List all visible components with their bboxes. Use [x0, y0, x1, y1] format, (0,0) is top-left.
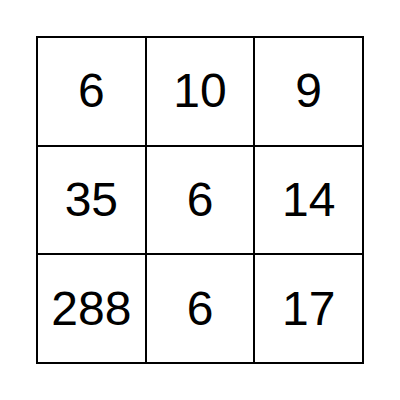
puzzle-stage: 6 10 9 35 6 14 288 6 17	[0, 0, 400, 400]
grid-cell-r2c2: 6	[147, 147, 254, 254]
grid-cell-r2c3: 14	[255, 147, 362, 254]
number-grid-board: 6 10 9 35 6 14 288 6 17	[36, 36, 364, 364]
grid-cell-r3c2: 6	[147, 255, 254, 362]
grid-cell-r2c1: 35	[38, 147, 145, 254]
grid-cell-r1c1: 6	[38, 38, 145, 145]
grid-cell-r1c2: 10	[147, 38, 254, 145]
grid-cell-r3c1: 288	[38, 255, 145, 362]
grid-cell-r3c3: 17	[255, 255, 362, 362]
grid-cell-r1c3: 9	[255, 38, 362, 145]
